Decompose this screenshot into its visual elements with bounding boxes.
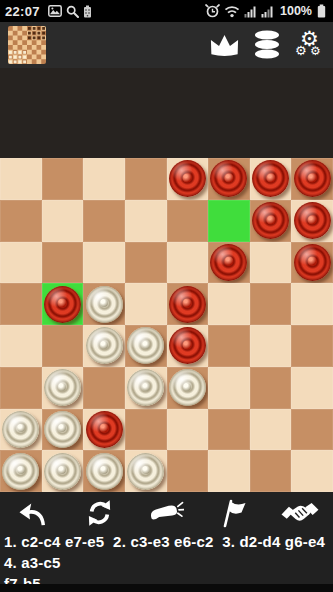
square-c2[interactable] xyxy=(83,409,125,451)
square-a6[interactable] xyxy=(0,242,42,284)
white-piece-d3[interactable] xyxy=(127,369,164,406)
app-screen: 22:07 xyxy=(0,0,333,592)
red-piece-f8[interactable] xyxy=(210,160,247,197)
square-f3[interactable] xyxy=(208,367,250,409)
white-piece-a2[interactable] xyxy=(2,411,39,448)
battery-icon xyxy=(317,4,326,18)
square-g6[interactable] xyxy=(250,242,292,284)
square-h8[interactable] xyxy=(291,158,333,200)
square-c1[interactable] xyxy=(83,450,125,492)
square-h3[interactable] xyxy=(291,367,333,409)
restart-button[interactable] xyxy=(78,497,122,529)
square-d6[interactable] xyxy=(125,242,167,284)
square-g1[interactable] xyxy=(250,450,292,492)
square-b6[interactable] xyxy=(42,242,84,284)
app-logo-checkers-board xyxy=(8,26,46,64)
white-piece-e3[interactable] xyxy=(169,369,206,406)
square-e5[interactable] xyxy=(167,283,209,325)
square-b1[interactable] xyxy=(42,450,84,492)
move-list: 1. c2-c4 e7-e5 2. c3-e3 e6-c2 3. d2-d4 g… xyxy=(0,530,333,592)
app-toolbar: ⚙ ⚙ ⚙ xyxy=(0,22,333,68)
square-e2[interactable] xyxy=(167,409,209,451)
square-a3[interactable] xyxy=(0,367,42,409)
square-g7[interactable] xyxy=(250,200,292,242)
logo-red-pieces-corner xyxy=(27,26,46,40)
square-a4[interactable] xyxy=(0,325,42,367)
white-piece-d4[interactable] xyxy=(127,327,164,364)
square-b2[interactable] xyxy=(42,409,84,451)
square-h5[interactable] xyxy=(291,283,333,325)
red-piece-f6[interactable] xyxy=(210,244,247,281)
square-c6[interactable] xyxy=(83,242,125,284)
hint-button[interactable] xyxy=(144,497,188,529)
square-d1[interactable] xyxy=(125,450,167,492)
square-f7[interactable] xyxy=(208,200,250,242)
database-button[interactable] xyxy=(247,25,287,65)
square-a1[interactable] xyxy=(0,450,42,492)
square-g2[interactable] xyxy=(250,409,292,451)
square-c3[interactable] xyxy=(83,367,125,409)
white-piece-b3[interactable] xyxy=(44,369,81,406)
logo-white-pieces-corner xyxy=(8,50,27,64)
search-icon xyxy=(66,5,79,18)
square-f4[interactable] xyxy=(208,325,250,367)
red-piece-h8[interactable] xyxy=(294,160,331,197)
square-d8[interactable] xyxy=(125,158,167,200)
red-piece-h7[interactable] xyxy=(294,202,331,239)
square-b8[interactable] xyxy=(42,158,84,200)
red-piece-b5[interactable] xyxy=(44,286,81,323)
sync-arrows-icon xyxy=(87,498,112,528)
square-b4[interactable] xyxy=(42,325,84,367)
square-g3[interactable] xyxy=(250,367,292,409)
square-h6[interactable] xyxy=(291,242,333,284)
square-d7[interactable] xyxy=(125,200,167,242)
red-piece-g7[interactable] xyxy=(252,202,289,239)
red-piece-e5[interactable] xyxy=(169,286,206,323)
square-f6[interactable] xyxy=(208,242,250,284)
square-d3[interactable] xyxy=(125,367,167,409)
square-a7[interactable] xyxy=(0,200,42,242)
flag-icon xyxy=(217,498,249,528)
square-d2[interactable] xyxy=(125,409,167,451)
square-c7[interactable] xyxy=(83,200,125,242)
white-piece-b2[interactable] xyxy=(44,411,81,448)
square-d4[interactable] xyxy=(125,325,167,367)
square-c8[interactable] xyxy=(83,158,125,200)
gears-icon: ⚙ ⚙ ⚙ xyxy=(293,28,327,62)
square-c4[interactable] xyxy=(83,325,125,367)
settings-button[interactable]: ⚙ ⚙ ⚙ xyxy=(290,25,330,65)
square-c5[interactable] xyxy=(83,283,125,325)
dotted-battery-icon xyxy=(83,5,92,18)
square-f8[interactable] xyxy=(208,158,250,200)
square-e7[interactable] xyxy=(167,200,209,242)
square-a5[interactable] xyxy=(0,283,42,325)
white-piece-a1[interactable] xyxy=(2,453,39,490)
red-piece-g8[interactable] xyxy=(252,160,289,197)
white-piece-d1[interactable] xyxy=(127,453,164,490)
move-list-line1: 1. c2-c4 e7-e5 2. c3-e3 e6-c2 3. d2-d4 g… xyxy=(4,533,333,571)
red-piece-e4[interactable] xyxy=(169,327,206,364)
red-piece-h6[interactable] xyxy=(294,244,331,281)
square-e8[interactable] xyxy=(167,158,209,200)
bottom-panel: 1. c2-c4 e7-e5 2. c3-e3 e6-c2 3. d2-d4 g… xyxy=(0,492,333,592)
square-f2[interactable] xyxy=(208,409,250,451)
action-toolbar xyxy=(0,492,333,530)
white-piece-c5[interactable] xyxy=(86,286,123,323)
square-e6[interactable] xyxy=(167,242,209,284)
square-h4[interactable] xyxy=(291,325,333,367)
square-e3[interactable] xyxy=(167,367,209,409)
signal-icon xyxy=(244,5,257,18)
battery-percent-text: 100% xyxy=(280,4,312,18)
game-board xyxy=(0,158,333,492)
square-b5[interactable] xyxy=(42,283,84,325)
wifi-icon xyxy=(224,5,240,18)
red-piece-c2[interactable] xyxy=(86,411,123,448)
handshake-icon xyxy=(281,501,319,525)
nav-bar-strip xyxy=(0,584,333,592)
square-d5[interactable] xyxy=(125,283,167,325)
white-piece-c1[interactable] xyxy=(86,453,123,490)
square-e4[interactable] xyxy=(167,325,209,367)
image-icon xyxy=(48,5,62,17)
square-f5[interactable] xyxy=(208,283,250,325)
status-bar: 22:07 xyxy=(0,0,333,22)
square-h2[interactable] xyxy=(291,409,333,451)
square-h1[interactable] xyxy=(291,450,333,492)
kick-hand-icon xyxy=(148,500,184,526)
square-g4[interactable] xyxy=(250,325,292,367)
square-b7[interactable] xyxy=(42,200,84,242)
red-piece-e8[interactable] xyxy=(169,160,206,197)
white-piece-b1[interactable] xyxy=(44,453,81,490)
square-a8[interactable] xyxy=(0,158,42,200)
square-g5[interactable] xyxy=(250,283,292,325)
resign-button[interactable] xyxy=(211,497,255,529)
square-b3[interactable] xyxy=(42,367,84,409)
clock-text: 22:07 xyxy=(5,4,40,19)
alarm-icon xyxy=(205,4,220,18)
undo-arrow-icon xyxy=(17,498,49,528)
square-h7[interactable] xyxy=(291,200,333,242)
crown-button[interactable] xyxy=(204,25,244,65)
white-piece-c4[interactable] xyxy=(86,327,123,364)
draw-offer-button[interactable] xyxy=(278,497,322,529)
square-g8[interactable] xyxy=(250,158,292,200)
square-f1[interactable] xyxy=(208,450,250,492)
database-icon xyxy=(254,30,280,60)
crown-icon xyxy=(209,34,240,57)
undo-button[interactable] xyxy=(11,497,55,529)
square-a2[interactable] xyxy=(0,409,42,451)
signal-icon xyxy=(261,5,274,18)
square-e1[interactable] xyxy=(167,450,209,492)
